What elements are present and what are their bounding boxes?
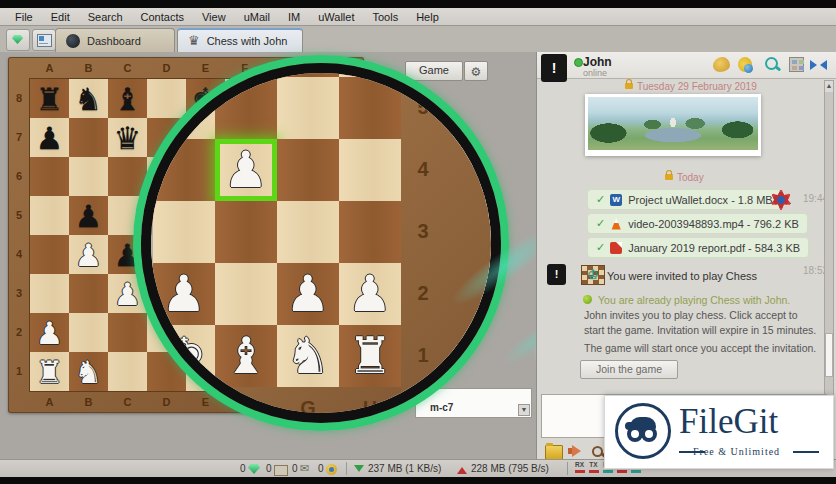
counter-value-gem-icon: 0 [240,463,246,474]
tab-bar: Dashboard ♛ Chess with John [0,26,836,53]
magnified-piece-g2[interactable]: ♟ [277,263,339,325]
gem-icon [248,464,260,474]
rank-label-left-2: 2 [12,326,26,338]
magnified-file-label-g: G [288,397,328,413]
invite-body-text-2: The game will start once you accept the … [584,342,824,354]
magnified-rank-label-1: 1 [403,344,443,367]
chess-invite-icon [581,265,605,285]
file-label-top-d: D [147,62,186,74]
card-icon [37,34,52,47]
menu-edit[interactable]: Edit [42,11,79,23]
megaphone-icon[interactable] [568,445,584,458]
file-message-1[interactable]: ✓Project uWallet.docx - 1.8 MB [587,189,782,210]
chat-header: ! John online [537,52,836,79]
menu-uwallet[interactable]: uWallet [309,11,363,23]
wallet-icon[interactable] [738,57,752,72]
rank-label-left-5: 5 [12,209,26,221]
date-separator-1: Tuesday 29 February 2019 [637,81,757,92]
menu-view[interactable]: View [193,11,235,23]
menu-search[interactable]: Search [79,11,132,23]
tab-chess-with-john[interactable]: ♛ Chess with John [177,28,303,52]
file-message-3[interactable]: ✓January 2019 report.pdf - 584.3 KB [587,237,809,258]
square-b6[interactable] [69,157,108,196]
magnified-piece-f1[interactable]: ♝ [215,325,277,387]
menu-im[interactable]: IM [279,11,309,23]
led-tx: TX [587,461,600,473]
piece-b8[interactable]: ♞ [69,79,108,118]
square-b7[interactable] [69,118,108,157]
square-b3[interactable] [69,274,108,313]
filegit-tagline: Free & Unlimited [693,446,780,457]
square-a6[interactable] [30,157,69,196]
square-c2[interactable] [108,313,147,352]
file-label-top-a: A [30,62,69,74]
rank-label-left-8: 8 [12,92,26,104]
pdf-file-icon [610,242,622,254]
menu-tools[interactable]: Tools [363,11,407,23]
contact-name: John [583,55,612,69]
scrollbar-thumb[interactable] [825,333,833,377]
encrypted-lock-icon [625,83,633,89]
sent-check-icon: ✓ [596,217,605,230]
square-d8[interactable] [147,79,186,118]
magnified-rank-label-4: 4 [403,158,443,181]
download-arrow-icon [354,465,364,477]
magnified-rank-label-3: 3 [403,220,443,243]
tab-chess-label: Chess with John [207,35,288,47]
card-toolbar-button[interactable] [32,29,56,51]
tab-dashboard[interactable]: Dashboard [55,28,175,52]
card-icon [274,465,288,476]
file-label-top-e: E [186,62,225,74]
tagline-rule-right [793,451,819,453]
piece-a2[interactable]: ♟ [30,313,69,352]
already-playing-dot [583,295,592,304]
magnifier-lens: 5. White:6. Black:7. White:8. Black: N9.… [151,73,491,413]
settings-gear-button[interactable] [464,61,488,81]
piece-b4[interactable]: ♟ [69,235,108,274]
filegit-logo-box: FileGit Free & Unlimited [604,395,834,469]
square-c1[interactable] [108,352,147,391]
piece-b5[interactable]: ♟ [69,196,108,235]
piece-a8[interactable]: ♜ [30,79,69,118]
piece-a1[interactable]: ♜ [30,352,69,391]
magnified-square-h4[interactable] [339,139,401,201]
menu-file[interactable]: File [6,11,42,23]
date-separator-today: Today [677,172,704,183]
collapse-panel-icon[interactable] [810,57,827,72]
dashboard-icon [66,34,80,48]
app-window: FileEditSearchContactsViewuMailIMuWallet… [0,0,836,484]
rank-label-left-7: 7 [12,131,26,143]
led-rx: RX [573,461,586,473]
file-label-top-c: C [108,62,147,74]
magnified-piece-h2[interactable]: ♟ [339,263,401,325]
piece-a7[interactable]: ♟ [30,118,69,157]
counter-value-mail-icon: 0 [292,463,298,474]
square-b2[interactable] [69,313,108,352]
counter-value-coin-icon: 0 [318,463,324,474]
apps-grid-icon[interactable] [789,57,804,72]
magnified-square-g4[interactable] [277,139,339,201]
piece-c7[interactable]: ♛ [108,118,147,157]
magnified-piece-h1[interactable]: ♜ [339,325,401,387]
doc-file-icon [610,194,622,206]
gem-toolbar-button[interactable] [6,29,30,51]
filegit-title: FileGit [679,402,778,442]
upload-arrow-icon [457,462,467,474]
search-icon[interactable] [764,57,781,72]
photo-message-frame[interactable] [585,94,761,156]
counter-value-card-icon: 0 [266,463,272,474]
upload-stat: 228 MB (795 B/s) [471,463,549,474]
file-label: January 2019 report.pdf - 584.3 KB [628,242,800,254]
vlc-file-icon [610,218,622,230]
wave-icon[interactable] [713,57,730,72]
scroll-up-arrow[interactable]: ▲ [825,81,833,92]
rank-label-left-3: 3 [12,287,26,299]
rank-label-left-4: 4 [12,248,26,260]
mail-icon: ✉ [300,462,309,475]
magnified-piece-g1[interactable]: ♞ [277,325,339,387]
magnified-square-g3[interactable] [277,201,339,263]
magnified-square-f3[interactable] [215,201,277,263]
file-label-bottom-a: A [30,396,69,408]
menu-contacts[interactable]: Contacts [132,11,193,23]
menu-help[interactable]: Help [407,11,448,23]
join-game-button[interactable]: Join the game [580,360,678,379]
invite-title: You were invited to play Chess [607,270,757,282]
bottom-black-strip [0,477,836,484]
photo-message [588,97,758,150]
square-a5[interactable] [30,196,69,235]
coin-icon [326,464,337,475]
file-label-bottom-b: B [69,396,108,408]
chess-piece-icon: ♛ [188,34,200,48]
move-list-partial-text: m-c7 [430,402,453,413]
top-black-strip [0,0,836,8]
piece-c8[interactable]: ♝ [108,79,147,118]
attach-folder-icon[interactable] [545,445,563,460]
rank-label-left-6: 6 [12,170,26,182]
file-label-top-b: B [69,62,108,74]
file-label-bottom-d: D [147,396,186,408]
move-list-scroll-down-button[interactable]: ▼ [518,404,530,416]
square-a3[interactable] [30,274,69,313]
file-label: video-2003948893.mp4 - 796.2 KB [628,218,799,230]
magnified-rank-label-2: 2 [403,282,443,305]
sent-check-icon: ✓ [596,241,605,254]
status-separator-1 [346,462,347,475]
tab-dashboard-label: Dashboard [87,35,141,47]
gem-icon [12,35,23,44]
file-label: Project uWallet.docx - 1.8 MB [628,194,772,206]
magnified-square-g5[interactable] [277,77,339,139]
encrypted-lock-icon-2 [665,174,673,180]
invite-avatar: ! [547,264,566,285]
file-message-2[interactable]: ✓video-2003948893.mp4 - 796.2 KB [587,213,808,234]
magnified-square-e3[interactable] [153,201,215,263]
sent-check-icon: ✓ [596,193,605,206]
game-menu-button[interactable]: Game [405,61,463,81]
download-stat: 237 MB (1 KB/s) [368,463,441,474]
contact-avatar[interactable]: ! [541,54,567,82]
magnified-square-h3[interactable] [339,201,401,263]
already-playing-line: You are already playing Chess with John. [598,294,790,306]
file-label-bottom-c: C [108,396,147,408]
menu-bar: FileEditSearchContactsViewuMailIMuWallet… [0,8,836,26]
magnified-piece-f4[interactable]: ♟ [215,139,277,201]
chat-scrollbar[interactable]: ▲ [824,80,834,416]
contact-status: online [583,68,607,78]
piece-b1[interactable]: ♞ [69,352,108,391]
filegit-binoculars-icon [615,403,671,459]
square-a4[interactable] [30,235,69,274]
magnified-square-f2[interactable] [215,263,277,325]
menu-umail[interactable]: uMail [235,11,279,23]
rank-label-left-1: 1 [12,365,26,377]
invite-body-text: John invites you to play chess. Click ac… [584,308,820,338]
status-separator-2 [567,462,568,475]
online-status-dot [574,58,583,67]
